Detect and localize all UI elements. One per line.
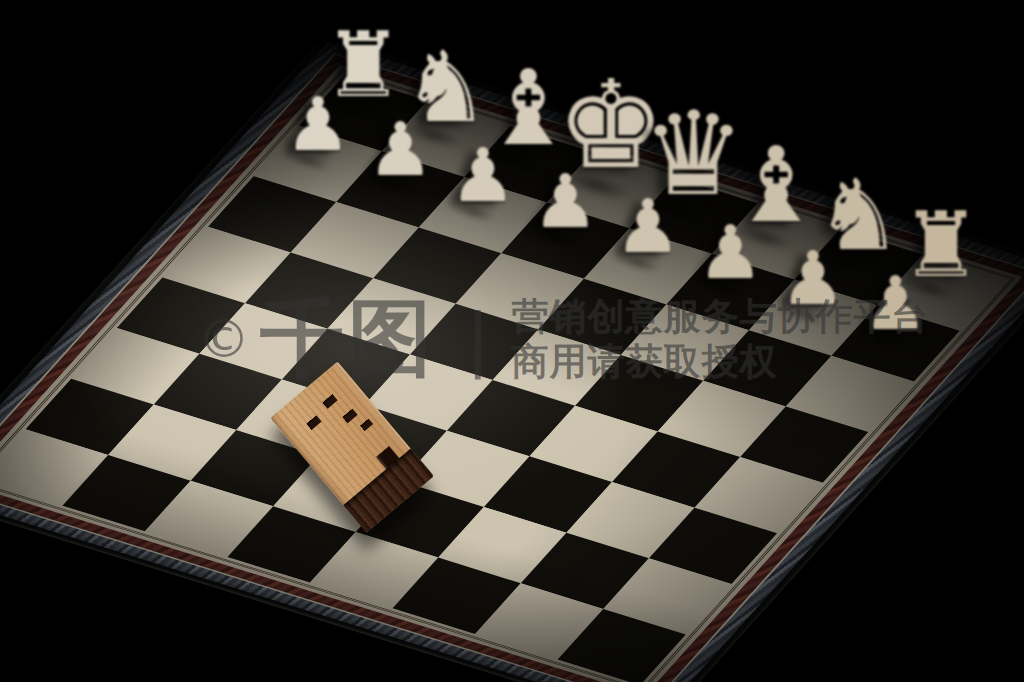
watermark-divider: | [466, 298, 490, 380]
watermark-line1: 营销创意服务与协作平台 [512, 294, 930, 339]
photo-stage: ♜♞♝♚♛♝♞♜♟♟♟♟♟♟♟♟ © 千图 | 营销创意服务与协作平台 商用请获… [0, 0, 1024, 682]
watermark: © 千图 | 营销创意服务与协作平台 商用请获取授权 [198, 282, 930, 396]
block-window-cutout [323, 394, 338, 408]
block-window-cutout [306, 415, 321, 429]
watermark-line2: 商用请获取授权 [512, 339, 930, 384]
watermark-copyright-icon: © [198, 309, 250, 369]
watermark-text: 营销创意服务与协作平台 商用请获取授权 [512, 294, 930, 384]
watermark-logo: 千图 [260, 282, 436, 396]
block-window-cutout [360, 419, 373, 431]
block-window-cutout [343, 409, 358, 423]
